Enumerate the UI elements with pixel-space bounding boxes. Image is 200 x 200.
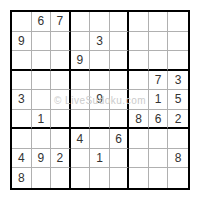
cell-r5c7[interactable] — [129, 90, 149, 110]
cell-r7c6[interactable]: 6 — [110, 129, 130, 149]
given-digit: 6 — [37, 15, 44, 27]
cell-r8c8[interactable] — [149, 149, 169, 169]
cell-r7c5[interactable] — [90, 129, 110, 149]
given-digit: 8 — [18, 172, 25, 184]
cell-r1c6[interactable] — [110, 12, 130, 32]
cell-r4c8[interactable]: 7 — [149, 71, 169, 91]
cell-r3c1[interactable] — [12, 51, 32, 71]
cell-r1c4[interactable] — [71, 12, 91, 32]
cell-r7c2[interactable] — [32, 129, 52, 149]
cell-r3c3[interactable] — [51, 51, 71, 71]
cell-r9c9[interactable] — [168, 168, 188, 188]
cell-r2c9[interactable] — [168, 32, 188, 52]
cell-r9c1[interactable]: 8 — [12, 168, 32, 188]
cell-r8c5[interactable]: 1 — [90, 149, 110, 169]
given-digit: 2 — [175, 113, 182, 125]
given-digit: 3 — [96, 35, 103, 47]
cell-r4c4[interactable] — [71, 71, 91, 91]
cell-r4c1[interactable] — [12, 71, 32, 91]
cell-r1c3[interactable]: 7 — [51, 12, 71, 32]
cell-r3c2[interactable] — [32, 51, 52, 71]
given-digit: 8 — [135, 113, 142, 125]
cell-r5c9[interactable]: 5 — [168, 90, 188, 110]
cell-r1c2[interactable]: 6 — [32, 12, 52, 32]
cell-r6c6[interactable] — [110, 110, 130, 130]
cell-r9c2[interactable] — [32, 168, 52, 188]
cell-r5c8[interactable]: 1 — [149, 90, 169, 110]
cell-r7c1[interactable] — [12, 129, 32, 149]
cell-r8c3[interactable]: 2 — [51, 149, 71, 169]
cell-r4c7[interactable] — [129, 71, 149, 91]
cell-r3c8[interactable] — [149, 51, 169, 71]
given-digit: 1 — [155, 93, 162, 105]
cell-r2c6[interactable] — [110, 32, 130, 52]
given-digit: 7 — [155, 74, 162, 86]
cell-r9c8[interactable] — [149, 168, 169, 188]
cell-r7c4[interactable]: 4 — [71, 129, 91, 149]
cell-r3c9[interactable] — [168, 51, 188, 71]
cell-r9c7[interactable] — [129, 168, 149, 188]
cell-r3c7[interactable] — [129, 51, 149, 71]
cell-r9c4[interactable] — [71, 168, 91, 188]
given-digit: 2 — [57, 152, 64, 164]
cell-r6c2[interactable]: 1 — [32, 110, 52, 130]
cell-r5c4[interactable] — [71, 90, 91, 110]
given-digit: 5 — [175, 93, 182, 105]
sudoku-grid: 67939733915186246492188 — [12, 12, 188, 188]
sudoku-board: © LiveSudoku.com 67939733915186246492188 — [10, 10, 190, 190]
cell-r5c5[interactable]: 9 — [90, 90, 110, 110]
cell-r4c6[interactable] — [110, 71, 130, 91]
given-digit: 8 — [175, 152, 182, 164]
cell-r4c9[interactable]: 3 — [168, 71, 188, 91]
cell-r2c7[interactable] — [129, 32, 149, 52]
cell-r6c4[interactable] — [71, 110, 91, 130]
cell-r1c1[interactable] — [12, 12, 32, 32]
cell-r1c5[interactable] — [90, 12, 110, 32]
cell-r4c3[interactable] — [51, 71, 71, 91]
cell-r6c1[interactable] — [12, 110, 32, 130]
given-digit: 4 — [18, 152, 25, 164]
given-digit: 9 — [18, 35, 25, 47]
cell-r6c5[interactable] — [90, 110, 110, 130]
given-digit: 3 — [175, 74, 182, 86]
cell-r5c6[interactable] — [110, 90, 130, 110]
cell-r2c3[interactable] — [51, 32, 71, 52]
cell-r9c5[interactable] — [90, 168, 110, 188]
given-digit: 9 — [37, 152, 44, 164]
cell-r1c8[interactable] — [149, 12, 169, 32]
cell-r1c7[interactable] — [129, 12, 149, 32]
cell-r8c2[interactable]: 9 — [32, 149, 52, 169]
cell-r6c7[interactable]: 8 — [129, 110, 149, 130]
cell-r8c6[interactable] — [110, 149, 130, 169]
given-digit: 4 — [77, 133, 84, 145]
given-digit: 6 — [155, 113, 162, 125]
given-digit: 7 — [57, 15, 64, 27]
cell-r4c5[interactable] — [90, 71, 110, 91]
cell-r2c5[interactable]: 3 — [90, 32, 110, 52]
given-digit: 6 — [115, 133, 122, 145]
given-digit: 9 — [96, 93, 103, 105]
cell-r2c2[interactable] — [32, 32, 52, 52]
cell-r9c6[interactable] — [110, 168, 130, 188]
cell-r7c7[interactable] — [129, 129, 149, 149]
cell-r5c1[interactable]: 3 — [12, 90, 32, 110]
cell-r6c8[interactable]: 6 — [149, 110, 169, 130]
given-digit: 9 — [77, 54, 84, 66]
cell-r3c4[interactable]: 9 — [71, 51, 91, 71]
cell-r7c9[interactable] — [168, 129, 188, 149]
cell-r8c1[interactable]: 4 — [12, 149, 32, 169]
cell-r7c8[interactable] — [149, 129, 169, 149]
given-digit: 3 — [18, 93, 25, 105]
cell-r1c9[interactable] — [168, 12, 188, 32]
cell-r3c6[interactable] — [110, 51, 130, 71]
cell-r8c4[interactable] — [71, 149, 91, 169]
cell-r2c8[interactable] — [149, 32, 169, 52]
cell-r2c1[interactable]: 9 — [12, 32, 32, 52]
cell-r6c9[interactable]: 2 — [168, 110, 188, 130]
cell-r6c3[interactable] — [51, 110, 71, 130]
cell-r4c2[interactable] — [32, 71, 52, 91]
cell-r8c9[interactable]: 8 — [168, 149, 188, 169]
given-digit: 1 — [37, 113, 44, 125]
cell-r7c3[interactable] — [51, 129, 71, 149]
given-digit: 1 — [96, 152, 103, 164]
cell-r9c3[interactable] — [51, 168, 71, 188]
cell-r8c7[interactable] — [129, 149, 149, 169]
cell-r3c5[interactable] — [90, 51, 110, 71]
cell-r5c2[interactable] — [32, 90, 52, 110]
cell-r2c4[interactable] — [71, 32, 91, 52]
cell-r5c3[interactable] — [51, 90, 71, 110]
